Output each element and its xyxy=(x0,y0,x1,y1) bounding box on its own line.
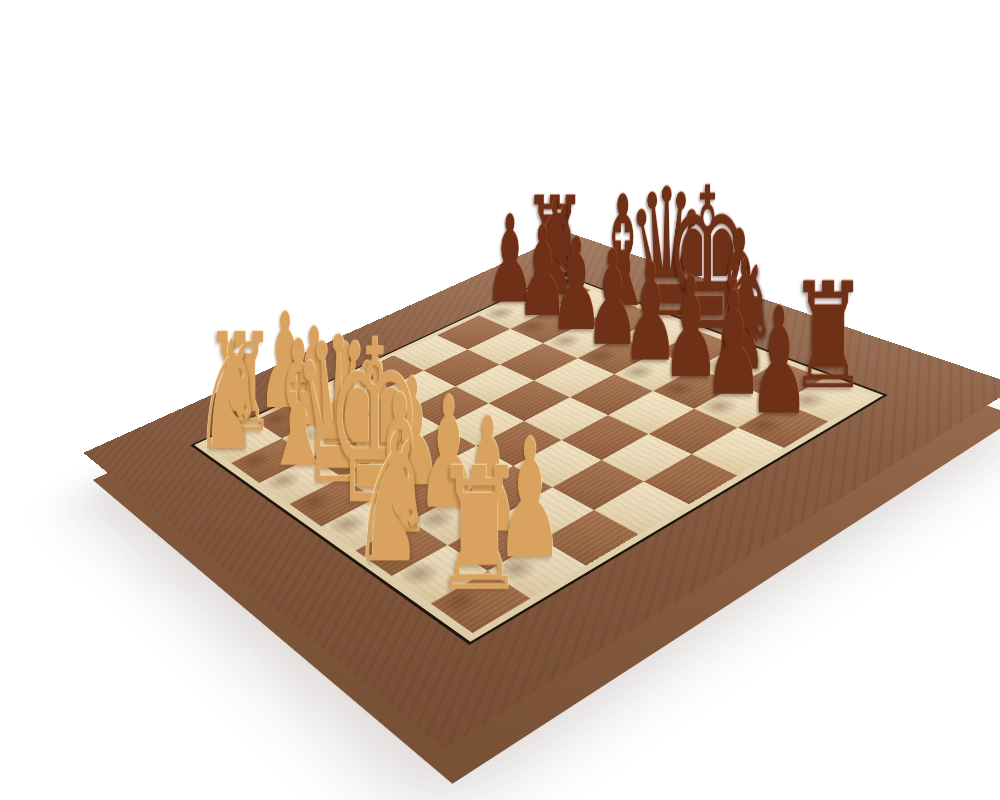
white-queen[interactable]: ♛ xyxy=(293,311,325,513)
square-c6[interactable] xyxy=(500,343,578,380)
square-a7[interactable]: ♟ xyxy=(479,296,551,329)
square-b7[interactable]: ♟ xyxy=(510,309,584,343)
square-b6[interactable] xyxy=(468,329,543,364)
white-bishop[interactable]: ♝ xyxy=(264,318,291,491)
black-pawn[interactable]: ♟ xyxy=(662,260,690,399)
black-knight[interactable]: ♞ xyxy=(557,182,585,315)
square-a8[interactable]: ♜ xyxy=(520,278,591,309)
black-pawn[interactable]: ♟ xyxy=(517,211,542,335)
white-knight[interactable]: ♞ xyxy=(233,321,264,471)
board-inlay-pinstripe: ♜♞♝♛♚♝♞♜♟♟♟♟♟♟♟♟♟♟♟♟♟♟♟♟♜♞♝♛♚♝♞♜ xyxy=(190,273,888,645)
square-b8[interactable]: ♞ xyxy=(551,290,625,323)
board-grid: ♜♞♝♛♚♝♞♜♟♟♟♟♟♟♟♟♟♟♟♟♟♟♟♟♜♞♝♛♚♝♞♜ xyxy=(204,278,871,633)
black-pawn[interactable]: ♟ xyxy=(749,289,778,436)
white-knight[interactable]: ♞ xyxy=(396,411,433,587)
black-rook[interactable]: ♜ xyxy=(522,181,553,302)
square-d7[interactable]: ♟ xyxy=(578,337,657,374)
black-pawn[interactable]: ♟ xyxy=(585,234,611,365)
black-queen[interactable]: ♛ xyxy=(627,166,655,343)
product-photo-scene: ♜♞♝♛♚♝♞♜♟♟♟♟♟♟♟♟♟♟♟♟♟♟♟♟♜♞♝♛♚♝♞♜ xyxy=(0,0,1000,800)
square-c7[interactable]: ♟ xyxy=(543,323,620,359)
chess-board: ♜♞♝♛♚♝♞♜♟♟♟♟♟♟♟♟♟♟♟♟♟♟♟♟♜♞♝♛♚♝♞♜ xyxy=(83,233,1000,749)
square-c8[interactable]: ♝ xyxy=(585,303,661,337)
square-e6[interactable] xyxy=(570,374,653,415)
board-inlay-maple-band: ♜♞♝♛♚♝♞♜♟♟♟♟♟♟♟♟♟♟♟♟♟♟♟♟♜♞♝♛♚♝♞♜ xyxy=(194,274,883,642)
square-a6[interactable] xyxy=(437,315,510,349)
perspective-container: ♜♞♝♛♚♝♞♜♟♟♟♟♟♟♟♟♟♟♟♟♟♟♟♟♜♞♝♛♚♝♞♜ xyxy=(0,0,1000,800)
black-bishop[interactable]: ♝ xyxy=(593,176,617,328)
square-d6[interactable] xyxy=(534,358,614,397)
black-pawn[interactable]: ♟ xyxy=(623,246,650,381)
white-rook[interactable]: ♜ xyxy=(433,445,477,615)
black-pawn[interactable]: ♟ xyxy=(550,222,575,349)
camera-roll-wrapper: ♜♞♝♛♚♝♞♜♟♟♟♟♟♟♟♟♟♟♟♟♟♟♟♟♜♞♝♛♚♝♞♜ xyxy=(0,0,1000,800)
square-h1[interactable]: ♜ xyxy=(431,571,531,633)
black-pawn[interactable]: ♟ xyxy=(485,200,509,321)
black-pawn[interactable]: ♟ xyxy=(704,274,733,417)
